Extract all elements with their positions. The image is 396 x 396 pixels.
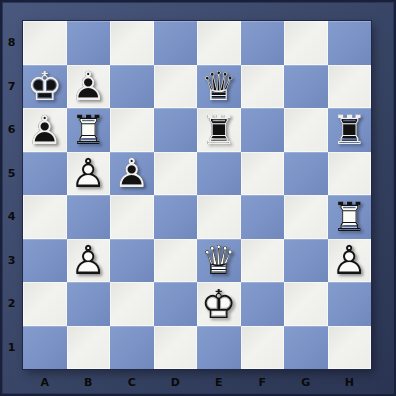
square-c6[interactable] <box>110 108 154 152</box>
file-label-g: G <box>284 369 328 396</box>
square-h4[interactable]: ♜♖ <box>328 195 372 239</box>
file-label-a: A <box>23 369 67 396</box>
square-g1[interactable] <box>284 326 328 370</box>
square-c1[interactable] <box>110 326 154 370</box>
file-labels: ABCDEFGH <box>23 369 371 396</box>
square-b2[interactable] <box>67 282 111 326</box>
square-b8[interactable] <box>67 21 111 65</box>
square-c4[interactable] <box>110 195 154 239</box>
file-label-c: C <box>110 369 154 396</box>
square-e8[interactable] <box>197 21 241 65</box>
piece-outline-glyph: ♙ <box>67 239 111 283</box>
rank-label-3: 3 <box>0 239 23 283</box>
square-e4[interactable] <box>197 195 241 239</box>
rank-label-1: 1 <box>0 326 23 370</box>
piece-outline-glyph: ♙ <box>67 65 111 109</box>
square-a8[interactable] <box>23 21 67 65</box>
square-f7[interactable] <box>241 65 285 109</box>
square-d4[interactable] <box>154 195 198 239</box>
rank-label-6: 6 <box>0 108 23 152</box>
square-c3[interactable] <box>110 239 154 283</box>
square-h2[interactable] <box>328 282 372 326</box>
square-e6[interactable]: ♜♖ <box>197 108 241 152</box>
square-h5[interactable] <box>328 152 372 196</box>
square-b5[interactable]: ♟♙ <box>67 152 111 196</box>
piece-outline-glyph: ♔ <box>197 282 241 326</box>
rank-label-4: 4 <box>0 195 23 239</box>
square-e2[interactable]: ♚♔ <box>197 282 241 326</box>
square-a4[interactable] <box>23 195 67 239</box>
square-a2[interactable] <box>23 282 67 326</box>
rank-label-8: 8 <box>0 21 23 65</box>
square-d2[interactable] <box>154 282 198 326</box>
piece-outline-glyph: ♖ <box>67 108 111 152</box>
piece-outline-glyph: ♕ <box>197 239 241 283</box>
square-b6[interactable]: ♜♖ <box>67 108 111 152</box>
rank-label-2: 2 <box>0 282 23 326</box>
piece-wP-b5[interactable]: ♟♙ <box>67 152 111 196</box>
square-e5[interactable] <box>197 152 241 196</box>
square-h3[interactable]: ♟♙ <box>328 239 372 283</box>
square-d3[interactable] <box>154 239 198 283</box>
square-a3[interactable] <box>23 239 67 283</box>
piece-wK-e2[interactable]: ♚♔ <box>197 282 241 326</box>
file-label-h: H <box>328 369 372 396</box>
square-b3[interactable]: ♟♙ <box>67 239 111 283</box>
square-c5[interactable]: ♟♙ <box>110 152 154 196</box>
square-f3[interactable] <box>241 239 285 283</box>
square-b4[interactable] <box>67 195 111 239</box>
square-d1[interactable] <box>154 326 198 370</box>
square-b1[interactable] <box>67 326 111 370</box>
piece-wP-h3[interactable]: ♟♙ <box>328 239 372 283</box>
square-b7[interactable]: ♟♙ <box>67 65 111 109</box>
square-d8[interactable] <box>154 21 198 65</box>
piece-bP-c5[interactable]: ♟♙ <box>110 152 154 196</box>
rank-labels: 87654321 <box>0 21 23 369</box>
piece-wR-h4[interactable]: ♜♖ <box>328 195 372 239</box>
square-f4[interactable] <box>241 195 285 239</box>
square-g6[interactable] <box>284 108 328 152</box>
piece-bP-b7[interactable]: ♟♙ <box>67 65 111 109</box>
piece-wR-b6[interactable]: ♜♖ <box>67 108 111 152</box>
square-f2[interactable] <box>241 282 285 326</box>
square-g2[interactable] <box>284 282 328 326</box>
square-g8[interactable] <box>284 21 328 65</box>
square-g5[interactable] <box>284 152 328 196</box>
square-h7[interactable] <box>328 65 372 109</box>
square-c7[interactable] <box>110 65 154 109</box>
square-f1[interactable] <box>241 326 285 370</box>
file-label-e: E <box>197 369 241 396</box>
piece-bP-a6[interactable]: ♟♙ <box>23 108 67 152</box>
square-g4[interactable] <box>284 195 328 239</box>
file-label-b: B <box>67 369 111 396</box>
square-a6[interactable]: ♟♙ <box>23 108 67 152</box>
square-e1[interactable] <box>197 326 241 370</box>
file-label-f: F <box>241 369 285 396</box>
rank-label-7: 7 <box>0 65 23 109</box>
square-g3[interactable] <box>284 239 328 283</box>
chess-board: ♚♔♟♙♛♕♟♙♜♖♜♖♜♖♟♙♟♙♜♖♟♙♛♕♟♙♚♔ <box>23 21 371 369</box>
file-label-d: D <box>154 369 198 396</box>
piece-bK-a7[interactable]: ♚♔ <box>23 65 67 109</box>
piece-bR-e6[interactable]: ♜♖ <box>197 108 241 152</box>
square-a1[interactable] <box>23 326 67 370</box>
chess-board-frame: 87654321 ♚♔♟♙♛♕♟♙♜♖♜♖♜♖♟♙♟♙♜♖♟♙♛♕♟♙♚♔ AB… <box>0 0 396 396</box>
piece-outline-glyph: ♙ <box>67 152 111 196</box>
piece-outline-glyph: ♔ <box>23 65 67 109</box>
square-g7[interactable] <box>284 65 328 109</box>
piece-outline-glyph: ♖ <box>328 108 372 152</box>
piece-outline-glyph: ♖ <box>328 195 372 239</box>
square-d7[interactable] <box>154 65 198 109</box>
piece-outline-glyph: ♙ <box>110 152 154 196</box>
square-f5[interactable] <box>241 152 285 196</box>
square-f6[interactable] <box>241 108 285 152</box>
square-f8[interactable] <box>241 21 285 65</box>
piece-wQ-e3[interactable]: ♛♕ <box>197 239 241 283</box>
square-c8[interactable] <box>110 21 154 65</box>
piece-bQ-e7[interactable]: ♛♕ <box>197 65 241 109</box>
piece-bR-h6[interactable]: ♜♖ <box>328 108 372 152</box>
square-h1[interactable] <box>328 326 372 370</box>
square-h8[interactable] <box>328 21 372 65</box>
piece-wP-b3[interactable]: ♟♙ <box>67 239 111 283</box>
square-a5[interactable] <box>23 152 67 196</box>
square-h6[interactable]: ♜♖ <box>328 108 372 152</box>
piece-outline-glyph: ♖ <box>197 108 241 152</box>
piece-outline-glyph: ♕ <box>197 65 241 109</box>
square-c2[interactable] <box>110 282 154 326</box>
piece-outline-glyph: ♙ <box>328 239 372 283</box>
square-d6[interactable] <box>154 108 198 152</box>
square-e3[interactable]: ♛♕ <box>197 239 241 283</box>
piece-outline-glyph: ♙ <box>23 108 67 152</box>
square-e7[interactable]: ♛♕ <box>197 65 241 109</box>
square-d5[interactable] <box>154 152 198 196</box>
rank-label-5: 5 <box>0 152 23 196</box>
square-a7[interactable]: ♚♔ <box>23 65 67 109</box>
